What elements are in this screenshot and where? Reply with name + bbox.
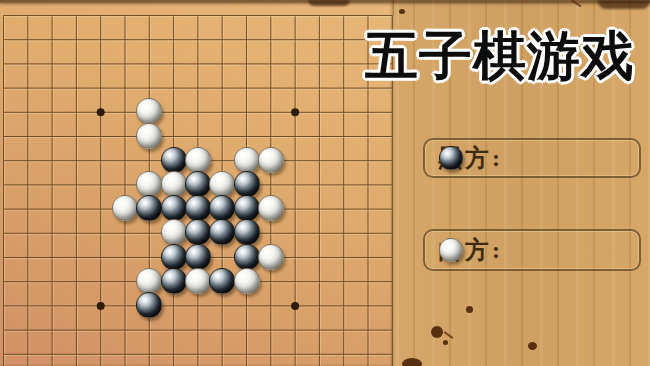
black-stone[interactable] bbox=[234, 219, 260, 245]
star-point bbox=[97, 302, 105, 310]
star-point bbox=[291, 302, 299, 310]
ink-splatter bbox=[399, 9, 405, 14]
black-stone[interactable] bbox=[161, 147, 187, 173]
white-stone[interactable] bbox=[258, 195, 284, 221]
white-stone[interactable] bbox=[112, 195, 138, 221]
black-stone[interactable] bbox=[185, 171, 211, 197]
white-stone[interactable] bbox=[258, 147, 284, 173]
black-stone[interactable] bbox=[185, 219, 211, 245]
star-point bbox=[97, 108, 105, 116]
white-stone[interactable] bbox=[136, 171, 162, 197]
white-stone[interactable] bbox=[185, 268, 211, 294]
ink-splatter bbox=[466, 306, 473, 313]
game-title: 五子棋游戏 bbox=[350, 24, 650, 88]
white-stone[interactable] bbox=[161, 219, 187, 245]
ink-smudge bbox=[308, 0, 350, 6]
white-stone[interactable] bbox=[161, 171, 187, 197]
black-stone[interactable] bbox=[185, 195, 211, 221]
gomoku-board[interactable] bbox=[0, 0, 394, 366]
white-stone[interactable] bbox=[185, 147, 211, 173]
black-stone[interactable] bbox=[161, 244, 187, 270]
black-player-box: 黑方: bbox=[423, 138, 641, 178]
white-stone[interactable] bbox=[209, 171, 235, 197]
white-stone-icon bbox=[439, 238, 463, 262]
white-stone[interactable] bbox=[136, 123, 162, 149]
black-stone[interactable] bbox=[234, 244, 260, 270]
black-stone[interactable] bbox=[161, 195, 187, 221]
white-stone[interactable] bbox=[258, 244, 284, 270]
black-stone-icon bbox=[439, 146, 463, 170]
white-stone[interactable] bbox=[234, 147, 260, 173]
black-stone[interactable] bbox=[234, 171, 260, 197]
white-player-box: 白方: bbox=[423, 229, 641, 271]
ink-splatter bbox=[528, 342, 537, 350]
black-stone[interactable] bbox=[209, 268, 235, 294]
white-stone[interactable] bbox=[234, 268, 260, 294]
black-stone[interactable] bbox=[161, 268, 187, 294]
black-stone[interactable] bbox=[185, 244, 211, 270]
star-point bbox=[291, 108, 299, 116]
black-stone[interactable] bbox=[234, 195, 260, 221]
gomoku-game-screen: 五子棋游戏 黑方: 白方: bbox=[0, 0, 650, 366]
ink-splatter bbox=[443, 340, 448, 345]
white-stone[interactable] bbox=[136, 268, 162, 294]
ink-splatter bbox=[431, 326, 443, 338]
ink-splatter bbox=[443, 331, 453, 339]
ink-splatter bbox=[402, 358, 422, 366]
black-stone[interactable] bbox=[136, 292, 162, 318]
ink-smudge bbox=[598, 0, 650, 9]
